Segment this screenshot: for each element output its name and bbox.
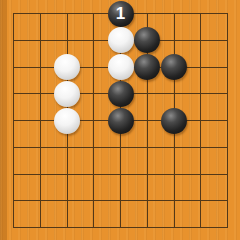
board-point[interactable] [187,0,214,27]
board-point[interactable] [54,107,81,134]
board-point[interactable] [214,80,240,107]
board-point[interactable] [187,214,214,240]
stone-white[interactable] [54,108,80,134]
board-point[interactable] [107,214,134,240]
board-point[interactable] [80,27,107,54]
board-point[interactable] [134,161,161,188]
board-point[interactable] [0,161,27,188]
board-point[interactable] [27,134,54,161]
board-point[interactable] [27,80,54,107]
board-point[interactable] [134,214,161,240]
stone-black[interactable]: 1 [108,1,134,27]
stone-black[interactable] [134,27,160,53]
board-point[interactable] [80,0,107,27]
board-point[interactable] [80,80,107,107]
board-point[interactable] [54,27,81,54]
board-point[interactable] [107,134,134,161]
board-point[interactable] [161,161,188,188]
board-point[interactable] [54,54,81,81]
board-point[interactable] [214,27,240,54]
stone-black[interactable] [108,108,134,134]
board-point[interactable] [161,80,188,107]
board-point[interactable] [161,134,188,161]
stone-black[interactable] [161,108,187,134]
board-point[interactable] [27,107,54,134]
board-point[interactable] [107,80,134,107]
move-number-label: 1 [116,5,125,22]
board-point[interactable]: 1 [107,0,134,27]
board-point[interactable] [134,0,161,27]
board-point[interactable] [54,161,81,188]
board-point[interactable] [54,187,81,214]
board-point[interactable] [80,107,107,134]
board-point[interactable] [54,214,81,240]
board-point[interactable] [161,27,188,54]
board-point[interactable] [134,80,161,107]
board-point[interactable] [187,187,214,214]
board-point[interactable] [80,54,107,81]
board-point[interactable] [54,80,81,107]
board-point[interactable] [0,214,27,240]
board-point[interactable] [134,54,161,81]
board-point[interactable] [187,161,214,188]
board-point[interactable] [107,187,134,214]
board-point[interactable] [187,80,214,107]
board-point[interactable] [80,161,107,188]
board-point[interactable] [27,27,54,54]
board-point[interactable] [107,161,134,188]
board-point[interactable] [161,54,188,81]
board-point[interactable] [134,107,161,134]
board-point[interactable] [27,161,54,188]
board-point[interactable] [134,27,161,54]
board-point[interactable] [161,187,188,214]
stone-white[interactable] [108,27,134,53]
board-point[interactable] [80,214,107,240]
stone-black[interactable] [108,81,134,107]
stone-white[interactable] [108,54,134,80]
stone-white[interactable] [54,81,80,107]
board-point[interactable] [0,80,27,107]
board-points: 1 [0,0,240,240]
stone-white[interactable] [54,54,80,80]
board-point[interactable] [187,27,214,54]
board-point[interactable] [107,54,134,81]
board-point[interactable] [27,54,54,81]
board-point[interactable] [0,27,27,54]
board-point[interactable] [187,107,214,134]
stone-black[interactable] [161,54,187,80]
board-point[interactable] [161,107,188,134]
board-point[interactable] [0,187,27,214]
board-point[interactable] [214,54,240,81]
board-point[interactable] [161,0,188,27]
board-point[interactable] [54,0,81,27]
board-point[interactable] [214,0,240,27]
board-point[interactable] [161,214,188,240]
board-point[interactable] [80,187,107,214]
board-point[interactable] [27,0,54,27]
board-point[interactable] [214,214,240,240]
board-point[interactable] [214,161,240,188]
board-point[interactable] [187,54,214,81]
board-point[interactable] [0,54,27,81]
board-point[interactable] [214,134,240,161]
board-point[interactable] [214,107,240,134]
go-board[interactable]: 1 [0,0,240,240]
board-point[interactable] [107,27,134,54]
board-point[interactable] [80,134,107,161]
board-point[interactable] [0,134,27,161]
board-point[interactable] [134,187,161,214]
board-point[interactable] [27,214,54,240]
board-point[interactable] [134,134,161,161]
board-point[interactable] [107,107,134,134]
board-point[interactable] [0,107,27,134]
board-point[interactable] [27,187,54,214]
board-point[interactable] [0,0,27,27]
board-point[interactable] [54,134,81,161]
board-point[interactable] [187,134,214,161]
board-point[interactable] [214,187,240,214]
stone-black[interactable] [134,54,160,80]
